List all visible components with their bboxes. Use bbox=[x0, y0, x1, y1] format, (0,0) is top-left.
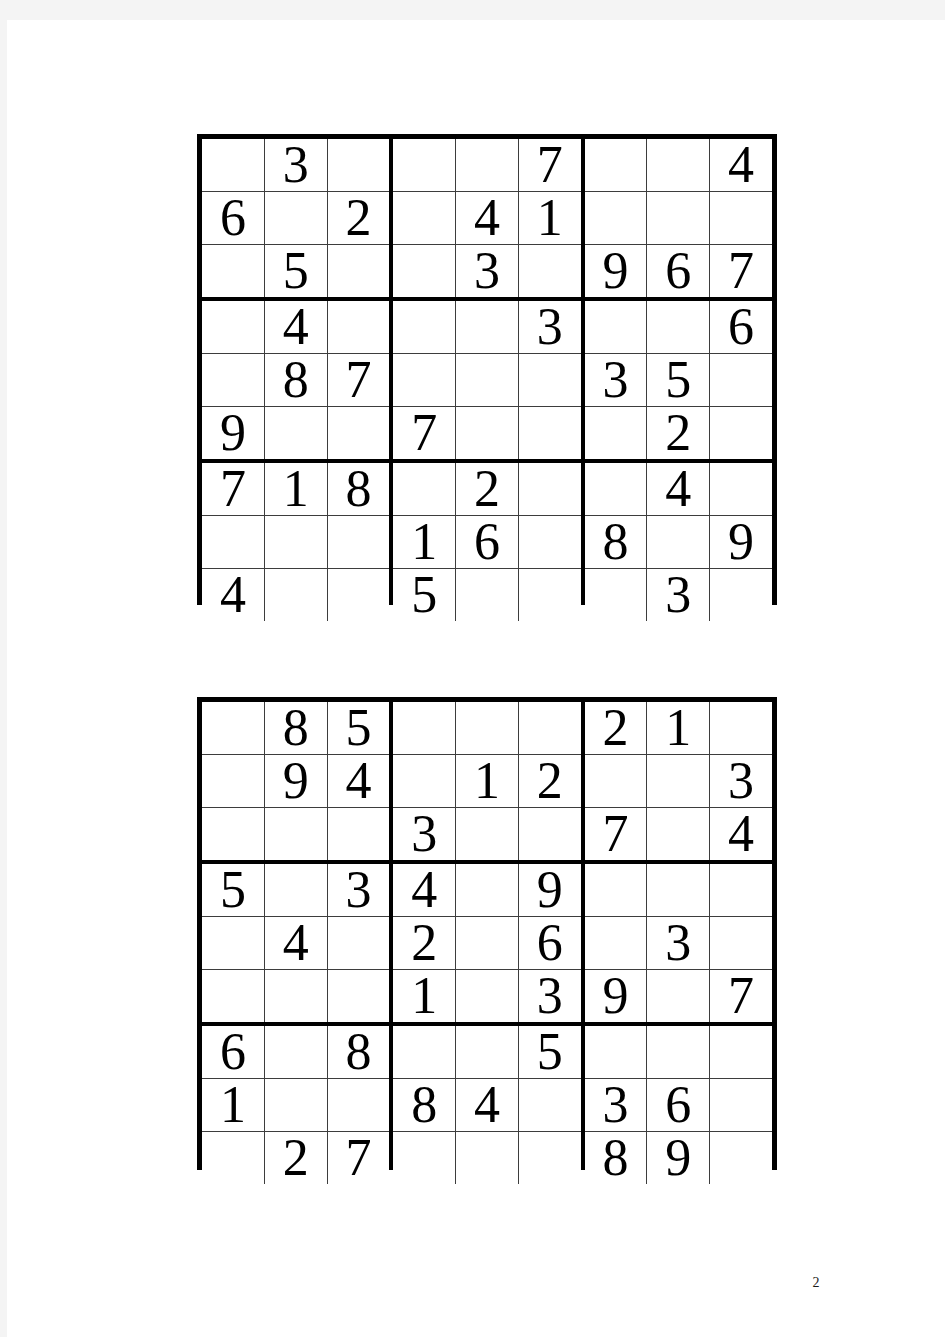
sudoku-cell-r5c4 bbox=[393, 354, 455, 406]
sudoku-box: 3689 bbox=[585, 1026, 772, 1184]
sudoku-cell-r1c3: 5 bbox=[328, 702, 390, 754]
sudoku-box: 397 bbox=[585, 864, 772, 1022]
sudoku-cell-r4c8 bbox=[647, 301, 709, 353]
sudoku-grid-1: 3625741349674879376352718421654893 bbox=[197, 134, 777, 605]
sudoku-box: 4967 bbox=[585, 139, 772, 297]
sudoku-cell-r9c9 bbox=[710, 1132, 772, 1184]
sudoku-cell-r3c8 bbox=[647, 808, 709, 860]
sudoku-cell-r2c8 bbox=[647, 192, 709, 244]
sudoku-cell-r9c5 bbox=[456, 1132, 518, 1184]
sudoku-cell-r6c2 bbox=[265, 970, 327, 1022]
sudoku-cell-r5c4: 2 bbox=[393, 917, 455, 969]
sudoku-cell-r8c9: 9 bbox=[710, 516, 772, 568]
sudoku-grid-2: 859412321374534492613397681275843689 bbox=[197, 697, 777, 1170]
sudoku-box: 68127 bbox=[202, 1026, 389, 1184]
sudoku-cell-r5c9 bbox=[710, 917, 772, 969]
sudoku-cell-r8c8 bbox=[647, 516, 709, 568]
sudoku-box: 534 bbox=[202, 864, 389, 1022]
sudoku-box: 3625 bbox=[202, 139, 389, 297]
sudoku-box: 2165 bbox=[393, 463, 580, 621]
sudoku-cell-r9c9 bbox=[710, 569, 772, 621]
sudoku-cell-r3c2: 5 bbox=[265, 245, 327, 297]
sudoku-cell-r1c4 bbox=[393, 139, 455, 191]
sudoku-cell-r7c4 bbox=[393, 1026, 455, 1078]
sudoku-cell-r1c6 bbox=[519, 702, 581, 754]
sudoku-cell-r5c6: 6 bbox=[519, 917, 581, 969]
sudoku-cell-r7c8: 4 bbox=[647, 463, 709, 515]
sudoku-cell-r4c3: 3 bbox=[328, 864, 390, 916]
sudoku-cell-r1c9 bbox=[710, 702, 772, 754]
sudoku-cell-r2c2 bbox=[265, 192, 327, 244]
sudoku-cell-r6c6 bbox=[519, 407, 581, 459]
sudoku-cell-r3c5: 3 bbox=[456, 245, 518, 297]
sudoku-cell-r1c3 bbox=[328, 139, 390, 191]
sudoku-cell-r4c9 bbox=[710, 864, 772, 916]
sudoku-cell-r9c5 bbox=[456, 569, 518, 621]
sudoku-cell-r8c8: 6 bbox=[647, 1079, 709, 1131]
sudoku-cell-r7c7 bbox=[585, 463, 647, 515]
sudoku-cell-r6c9: 7 bbox=[710, 970, 772, 1022]
sudoku-cell-r4c7 bbox=[585, 864, 647, 916]
sudoku-cell-r7c3: 8 bbox=[328, 463, 390, 515]
sudoku-cell-r9c1: 4 bbox=[202, 569, 264, 621]
sudoku-cell-r8c5: 6 bbox=[456, 516, 518, 568]
sudoku-cell-r4c2: 4 bbox=[265, 301, 327, 353]
sudoku-cell-r4c4 bbox=[393, 301, 455, 353]
sudoku-cell-r7c4 bbox=[393, 463, 455, 515]
sudoku-cell-r1c6: 7 bbox=[519, 139, 581, 191]
sudoku-cell-r9c2 bbox=[265, 569, 327, 621]
sudoku-cell-r9c3: 7 bbox=[328, 1132, 390, 1184]
sudoku-cell-r4c3 bbox=[328, 301, 390, 353]
sudoku-cell-r5c7 bbox=[585, 917, 647, 969]
sudoku-cell-r3c9: 7 bbox=[710, 245, 772, 297]
sudoku-cell-r6c3 bbox=[328, 970, 390, 1022]
sudoku-cell-r5c3: 7 bbox=[328, 354, 390, 406]
sudoku-cell-r8c3 bbox=[328, 516, 390, 568]
sudoku-cell-r8c4: 8 bbox=[393, 1079, 455, 1131]
sudoku-box: 4879 bbox=[202, 301, 389, 459]
sudoku-cell-r3c6 bbox=[519, 808, 581, 860]
sudoku-cell-r8c7: 3 bbox=[585, 1079, 647, 1131]
sudoku-cell-r7c5 bbox=[456, 1026, 518, 1078]
sudoku-cell-r2c1: 6 bbox=[202, 192, 264, 244]
sudoku-cell-r6c4: 1 bbox=[393, 970, 455, 1022]
sudoku-cell-r2c4 bbox=[393, 192, 455, 244]
sudoku-cell-r1c2: 8 bbox=[265, 702, 327, 754]
sudoku-box: 7184 bbox=[202, 463, 389, 621]
sudoku-cell-r8c7: 8 bbox=[585, 516, 647, 568]
sudoku-cell-r8c2 bbox=[265, 516, 327, 568]
sudoku-cell-r8c1 bbox=[202, 516, 264, 568]
sudoku-box: 7413 bbox=[393, 139, 580, 297]
sudoku-cell-r4c7 bbox=[585, 301, 647, 353]
sudoku-cell-r2c9: 3 bbox=[710, 755, 772, 807]
sudoku-cell-r8c2 bbox=[265, 1079, 327, 1131]
sudoku-cell-r3c3 bbox=[328, 245, 390, 297]
document-page: 3625741349674879376352718421654893 85941… bbox=[7, 20, 945, 1337]
sudoku-cell-r7c6: 5 bbox=[519, 1026, 581, 1078]
sudoku-cell-r7c7 bbox=[585, 1026, 647, 1078]
sudoku-cell-r6c3 bbox=[328, 407, 390, 459]
sudoku-cell-r3c5 bbox=[456, 808, 518, 860]
sudoku-cell-r6c5 bbox=[456, 970, 518, 1022]
sudoku-cell-r5c5 bbox=[456, 917, 518, 969]
sudoku-cell-r6c1: 9 bbox=[202, 407, 264, 459]
sudoku-cell-r9c8: 3 bbox=[647, 569, 709, 621]
sudoku-cell-r3c4: 3 bbox=[393, 808, 455, 860]
sudoku-cell-r6c8: 2 bbox=[647, 407, 709, 459]
sudoku-cell-r4c2 bbox=[265, 864, 327, 916]
sudoku-cell-r8c9 bbox=[710, 1079, 772, 1131]
sudoku-cell-r6c5 bbox=[456, 407, 518, 459]
sudoku-box: 37 bbox=[393, 301, 580, 459]
sudoku-cell-r2c3: 2 bbox=[328, 192, 390, 244]
sudoku-cell-r6c2 bbox=[265, 407, 327, 459]
sudoku-cell-r4c9: 6 bbox=[710, 301, 772, 353]
sudoku-cell-r6c7: 9 bbox=[585, 970, 647, 1022]
sudoku-cell-r7c6 bbox=[519, 463, 581, 515]
sudoku-cell-r4c8 bbox=[647, 864, 709, 916]
sudoku-cell-r5c5 bbox=[456, 354, 518, 406]
sudoku-cell-r4c1 bbox=[202, 301, 264, 353]
sudoku-cell-r3c1 bbox=[202, 808, 264, 860]
sudoku-cell-r6c4: 7 bbox=[393, 407, 455, 459]
sudoku-cell-r3c4 bbox=[393, 245, 455, 297]
sudoku-cell-r2c6: 2 bbox=[519, 755, 581, 807]
sudoku-cell-r1c5 bbox=[456, 702, 518, 754]
sudoku-cell-r2c6: 1 bbox=[519, 192, 581, 244]
sudoku-cell-r1c1 bbox=[202, 139, 264, 191]
sudoku-cell-r3c1 bbox=[202, 245, 264, 297]
sudoku-cell-r7c8 bbox=[647, 1026, 709, 1078]
sudoku-cell-r5c7: 3 bbox=[585, 354, 647, 406]
sudoku-cell-r3c3 bbox=[328, 808, 390, 860]
sudoku-cell-r6c7 bbox=[585, 407, 647, 459]
sudoku-cell-r2c8 bbox=[647, 755, 709, 807]
sudoku-cell-r3c2 bbox=[265, 808, 327, 860]
sudoku-cell-r5c8: 5 bbox=[647, 354, 709, 406]
sudoku-cell-r7c1: 6 bbox=[202, 1026, 264, 1078]
sudoku-cell-r7c9 bbox=[710, 1026, 772, 1078]
sudoku-cell-r9c8: 9 bbox=[647, 1132, 709, 1184]
sudoku-cell-r7c2 bbox=[265, 1026, 327, 1078]
sudoku-cell-r1c7 bbox=[585, 139, 647, 191]
sudoku-cell-r2c5: 4 bbox=[456, 192, 518, 244]
sudoku-cell-r9c4 bbox=[393, 1132, 455, 1184]
sudoku-cell-r6c9 bbox=[710, 407, 772, 459]
sudoku-box: 21374 bbox=[585, 702, 772, 860]
sudoku-cell-r5c2: 4 bbox=[265, 917, 327, 969]
sudoku-cell-r6c6: 3 bbox=[519, 970, 581, 1022]
sudoku-cell-r8c5: 4 bbox=[456, 1079, 518, 1131]
sudoku-cell-r1c9: 4 bbox=[710, 139, 772, 191]
sudoku-cell-r5c1 bbox=[202, 354, 264, 406]
sudoku-cell-r3c9: 4 bbox=[710, 808, 772, 860]
sudoku-cell-r2c2: 9 bbox=[265, 755, 327, 807]
sudoku-box: 123 bbox=[393, 702, 580, 860]
sudoku-cell-r5c6 bbox=[519, 354, 581, 406]
sudoku-cell-r9c6 bbox=[519, 569, 581, 621]
sudoku-cell-r1c5 bbox=[456, 139, 518, 191]
sudoku-cell-r8c6 bbox=[519, 1079, 581, 1131]
sudoku-cell-r6c1 bbox=[202, 970, 264, 1022]
sudoku-cell-r8c6 bbox=[519, 516, 581, 568]
sudoku-cell-r9c6 bbox=[519, 1132, 581, 1184]
sudoku-cell-r4c6: 9 bbox=[519, 864, 581, 916]
sudoku-cell-r5c1 bbox=[202, 917, 264, 969]
sudoku-cell-r4c4: 4 bbox=[393, 864, 455, 916]
sudoku-cell-r2c3: 4 bbox=[328, 755, 390, 807]
sudoku-cell-r8c1: 1 bbox=[202, 1079, 264, 1131]
sudoku-box: 584 bbox=[393, 1026, 580, 1184]
sudoku-cell-r3c7: 9 bbox=[585, 245, 647, 297]
sudoku-cell-r7c2: 1 bbox=[265, 463, 327, 515]
sudoku-box: 4893 bbox=[585, 463, 772, 621]
sudoku-cell-r2c1 bbox=[202, 755, 264, 807]
sudoku-cell-r3c6 bbox=[519, 245, 581, 297]
sudoku-cell-r7c1: 7 bbox=[202, 463, 264, 515]
sudoku-box: 8594 bbox=[202, 702, 389, 860]
sudoku-cell-r1c4 bbox=[393, 702, 455, 754]
sudoku-cell-r7c9 bbox=[710, 463, 772, 515]
sudoku-cell-r7c5: 2 bbox=[456, 463, 518, 515]
sudoku-cell-r5c8: 3 bbox=[647, 917, 709, 969]
sudoku-cell-r2c5: 1 bbox=[456, 755, 518, 807]
sudoku-box: 492613 bbox=[393, 864, 580, 1022]
sudoku-cell-r3c7: 7 bbox=[585, 808, 647, 860]
sudoku-cell-r4c5 bbox=[456, 301, 518, 353]
sudoku-cell-r1c7: 2 bbox=[585, 702, 647, 754]
sudoku-cell-r4c6: 3 bbox=[519, 301, 581, 353]
sudoku-cell-r2c7 bbox=[585, 755, 647, 807]
sudoku-cell-r1c8 bbox=[647, 139, 709, 191]
sudoku-box: 6352 bbox=[585, 301, 772, 459]
sudoku-cell-r1c8: 1 bbox=[647, 702, 709, 754]
sudoku-cell-r8c3 bbox=[328, 1079, 390, 1131]
sudoku-cell-r2c9 bbox=[710, 192, 772, 244]
sudoku-cell-r9c7 bbox=[585, 569, 647, 621]
sudoku-cell-r3c8: 6 bbox=[647, 245, 709, 297]
sudoku-cell-r7c3: 8 bbox=[328, 1026, 390, 1078]
page-number: 2 bbox=[806, 1275, 826, 1291]
sudoku-cell-r2c7 bbox=[585, 192, 647, 244]
sudoku-cell-r5c9 bbox=[710, 354, 772, 406]
sudoku-cell-r9c3 bbox=[328, 569, 390, 621]
sudoku-cell-r4c5 bbox=[456, 864, 518, 916]
sudoku-cell-r4c1: 5 bbox=[202, 864, 264, 916]
sudoku-cell-r9c2: 2 bbox=[265, 1132, 327, 1184]
sudoku-cell-r9c4: 5 bbox=[393, 569, 455, 621]
sudoku-cell-r2c4 bbox=[393, 755, 455, 807]
sudoku-cell-r8c4: 1 bbox=[393, 516, 455, 568]
sudoku-cell-r1c2: 3 bbox=[265, 139, 327, 191]
sudoku-cell-r5c3 bbox=[328, 917, 390, 969]
sudoku-cell-r6c8 bbox=[647, 970, 709, 1022]
sudoku-cell-r5c2: 8 bbox=[265, 354, 327, 406]
sudoku-cell-r9c7: 8 bbox=[585, 1132, 647, 1184]
sudoku-cell-r9c1 bbox=[202, 1132, 264, 1184]
sudoku-cell-r1c1 bbox=[202, 702, 264, 754]
